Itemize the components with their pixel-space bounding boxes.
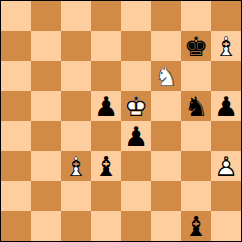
square-d3[interactable]: ♝ bbox=[91, 151, 121, 181]
black-bishop-piece[interactable]: ♝ bbox=[181, 211, 211, 241]
square-c8[interactable] bbox=[61, 1, 91, 31]
square-b5[interactable] bbox=[31, 91, 61, 121]
square-c4[interactable] bbox=[61, 121, 91, 151]
square-g6[interactable] bbox=[181, 61, 211, 91]
square-h1[interactable] bbox=[211, 211, 241, 241]
square-d1[interactable] bbox=[91, 211, 121, 241]
square-h3[interactable]: ♟♙ bbox=[211, 151, 241, 181]
square-g1[interactable]: ♝ bbox=[181, 211, 211, 241]
square-b1[interactable] bbox=[31, 211, 61, 241]
square-g5[interactable]: ♞ bbox=[181, 91, 211, 121]
square-f7[interactable] bbox=[151, 31, 181, 61]
square-d7[interactable] bbox=[91, 31, 121, 61]
square-c6[interactable] bbox=[61, 61, 91, 91]
square-b3[interactable] bbox=[31, 151, 61, 181]
square-b6[interactable] bbox=[31, 61, 61, 91]
square-g7[interactable]: ♚ bbox=[181, 31, 211, 61]
square-b7[interactable] bbox=[31, 31, 61, 61]
square-e6[interactable] bbox=[121, 61, 151, 91]
square-e7[interactable] bbox=[121, 31, 151, 61]
white-king-piece[interactable]: ♚♔ bbox=[121, 91, 151, 121]
chess-board: ♚♝♗♞♘♟♚♔♞♟♟♝♗♝♟♙♝ bbox=[1, 1, 241, 241]
square-a1[interactable] bbox=[1, 211, 31, 241]
square-h8[interactable] bbox=[211, 1, 241, 31]
square-f8[interactable] bbox=[151, 1, 181, 31]
square-e1[interactable] bbox=[121, 211, 151, 241]
square-f6[interactable]: ♞♘ bbox=[151, 61, 181, 91]
black-pawn-piece[interactable]: ♟ bbox=[121, 121, 151, 151]
square-f5[interactable] bbox=[151, 91, 181, 121]
square-b2[interactable] bbox=[31, 181, 61, 211]
square-a7[interactable] bbox=[1, 31, 31, 61]
square-f3[interactable] bbox=[151, 151, 181, 181]
white-bishop-piece[interactable]: ♝♗ bbox=[211, 31, 241, 61]
square-b8[interactable] bbox=[31, 1, 61, 31]
black-pawn-piece[interactable]: ♟ bbox=[91, 91, 121, 121]
square-a4[interactable] bbox=[1, 121, 31, 151]
square-d8[interactable] bbox=[91, 1, 121, 31]
square-c5[interactable] bbox=[61, 91, 91, 121]
square-g2[interactable] bbox=[181, 181, 211, 211]
square-a6[interactable] bbox=[1, 61, 31, 91]
square-h6[interactable] bbox=[211, 61, 241, 91]
chess-board-frame: ♚♝♗♞♘♟♚♔♞♟♟♝♗♝♟♙♝ bbox=[0, 0, 242, 242]
square-b4[interactable] bbox=[31, 121, 61, 151]
square-h5[interactable]: ♟ bbox=[211, 91, 241, 121]
square-f1[interactable] bbox=[151, 211, 181, 241]
square-f2[interactable] bbox=[151, 181, 181, 211]
square-h2[interactable] bbox=[211, 181, 241, 211]
square-c2[interactable] bbox=[61, 181, 91, 211]
square-g4[interactable] bbox=[181, 121, 211, 151]
white-pawn-piece[interactable]: ♟♙ bbox=[211, 151, 241, 181]
square-g8[interactable] bbox=[181, 1, 211, 31]
square-a2[interactable] bbox=[1, 181, 31, 211]
square-e2[interactable] bbox=[121, 181, 151, 211]
square-g3[interactable] bbox=[181, 151, 211, 181]
square-c7[interactable] bbox=[61, 31, 91, 61]
black-king-piece[interactable]: ♚ bbox=[181, 31, 211, 61]
square-e5[interactable]: ♚♔ bbox=[121, 91, 151, 121]
square-d5[interactable]: ♟ bbox=[91, 91, 121, 121]
square-d4[interactable] bbox=[91, 121, 121, 151]
square-e4[interactable]: ♟ bbox=[121, 121, 151, 151]
white-bishop-piece[interactable]: ♝♗ bbox=[61, 151, 91, 181]
square-c3[interactable]: ♝♗ bbox=[61, 151, 91, 181]
black-bishop-piece[interactable]: ♝ bbox=[91, 151, 121, 181]
square-h4[interactable] bbox=[211, 121, 241, 151]
square-e3[interactable] bbox=[121, 151, 151, 181]
square-c1[interactable] bbox=[61, 211, 91, 241]
square-d2[interactable] bbox=[91, 181, 121, 211]
square-a5[interactable] bbox=[1, 91, 31, 121]
square-d6[interactable] bbox=[91, 61, 121, 91]
square-f4[interactable] bbox=[151, 121, 181, 151]
square-a8[interactable] bbox=[1, 1, 31, 31]
black-knight-piece[interactable]: ♞ bbox=[181, 91, 211, 121]
square-a3[interactable] bbox=[1, 151, 31, 181]
white-knight-piece[interactable]: ♞♘ bbox=[151, 61, 181, 91]
square-h7[interactable]: ♝♗ bbox=[211, 31, 241, 61]
square-e8[interactable] bbox=[121, 1, 151, 31]
black-pawn-piece[interactable]: ♟ bbox=[211, 91, 241, 121]
